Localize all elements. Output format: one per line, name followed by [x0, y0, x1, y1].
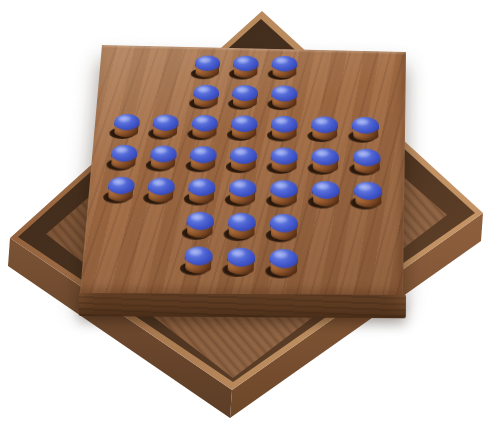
- peg-r4-c5[interactable]: [264, 140, 305, 173]
- peg-gloss: [275, 87, 288, 93]
- board-cell-r5-c2[interactable]: [140, 170, 182, 204]
- peg-r7-c5[interactable]: [262, 241, 305, 278]
- board-cell-r7-c2: [135, 237, 179, 274]
- peg-gloss: [356, 119, 369, 125]
- board-cell-r4-c7[interactable]: [345, 141, 388, 175]
- board-cell-r3-c4[interactable]: [224, 109, 265, 141]
- board-cell-r3-c3[interactable]: [184, 108, 225, 140]
- peg-r2-c5[interactable]: [264, 79, 304, 110]
- peg-gloss: [233, 181, 246, 188]
- board-cell-r6-c2: [137, 203, 180, 238]
- board-cell-r3-c6[interactable]: [304, 109, 345, 141]
- peg-gloss: [232, 215, 245, 222]
- peg-gloss: [275, 58, 287, 64]
- peg-gloss: [316, 183, 329, 190]
- peg-r1-c3[interactable]: [188, 49, 227, 78]
- peg-r4-c3[interactable]: [182, 139, 223, 172]
- peg-r5-c7[interactable]: [346, 174, 390, 209]
- board-cell-r7-c4[interactable]: [219, 239, 262, 276]
- peg-r3-c3[interactable]: [184, 108, 225, 140]
- peg-gloss: [231, 250, 245, 257]
- board-cell-r1-c5[interactable]: [265, 50, 304, 80]
- board-cell-r6-c3[interactable]: [179, 204, 222, 239]
- peg-r1-c5[interactable]: [265, 50, 304, 80]
- board-cell-r2-c3[interactable]: [186, 78, 226, 108]
- peg-r7-c3[interactable]: [177, 238, 221, 275]
- peg-gloss: [274, 182, 287, 189]
- board-cell-r1-c3[interactable]: [188, 49, 227, 78]
- product-photo-stage: [0, 0, 500, 439]
- peg-r6-c4[interactable]: [220, 205, 263, 241]
- peg-gloss: [357, 151, 370, 157]
- peg-r5-c2[interactable]: [140, 170, 182, 204]
- board-cell-r7-c1: [93, 236, 137, 272]
- board-cell-r3-c2[interactable]: [145, 108, 186, 139]
- board-cell-r4-c2[interactable]: [143, 138, 185, 171]
- peg-gloss: [191, 214, 204, 221]
- board-cell-r3-c1[interactable]: [106, 107, 147, 138]
- peg-r4-c1[interactable]: [103, 138, 145, 170]
- board-cell-r4-c3[interactable]: [182, 139, 223, 172]
- peg-gloss: [358, 184, 372, 191]
- board-cell-r2-c7: [344, 79, 386, 110]
- board-cell-r6-c5[interactable]: [263, 206, 306, 242]
- board-cell-r4-c6[interactable]: [305, 141, 347, 174]
- board-cell-r7-c3[interactable]: [177, 238, 221, 275]
- board-cell-r5-c5[interactable]: [263, 173, 305, 207]
- board-cell-r1-c1: [112, 49, 152, 78]
- board-cell-r5-c7[interactable]: [346, 174, 390, 209]
- peg-r3-c2[interactable]: [145, 108, 186, 139]
- board-cell-r2-c4[interactable]: [225, 78, 265, 108]
- peg-grid: [93, 49, 394, 281]
- peg-r1-c4[interactable]: [226, 49, 265, 78]
- board-cell-r6-c6: [305, 207, 348, 243]
- peg-gloss: [316, 150, 329, 156]
- board-cell-r5-c1[interactable]: [100, 169, 143, 203]
- board-cell-r1-c4[interactable]: [226, 49, 265, 78]
- peg-r3-c7[interactable]: [344, 110, 386, 142]
- board-cell-r2-c5[interactable]: [264, 79, 304, 110]
- board-cell-r2-c1: [109, 78, 150, 108]
- peg-r5-c5[interactable]: [263, 173, 305, 207]
- board-cell-r1-c6: [304, 50, 344, 80]
- board-cell-r2-c6: [304, 79, 344, 110]
- peg-gloss: [275, 149, 288, 155]
- board-cell-r7-c7: [348, 243, 394, 281]
- peg-r6-c5[interactable]: [263, 206, 306, 242]
- board-cell-r1-c7: [343, 50, 384, 80]
- board-cell-r2-c2: [147, 78, 187, 108]
- peg-r3-c4[interactable]: [224, 109, 265, 141]
- board-cell-r3-c5[interactable]: [264, 109, 304, 141]
- peg-r5-c3[interactable]: [181, 171, 223, 205]
- board-cell-r4-c1[interactable]: [103, 138, 145, 170]
- peg-r7-c4[interactable]: [219, 239, 262, 276]
- peg-gloss: [274, 216, 287, 223]
- peg-gloss: [315, 118, 328, 124]
- board-cell-r6-c7: [347, 208, 392, 244]
- peg-r6-c3[interactable]: [179, 204, 222, 239]
- board-cell-r5-c3[interactable]: [181, 171, 223, 205]
- peg-gloss: [194, 148, 207, 154]
- board-cell-r3-c7[interactable]: [344, 110, 386, 142]
- peg-gloss: [275, 118, 288, 124]
- peg-gloss: [234, 149, 247, 155]
- board-cell-r4-c5[interactable]: [264, 140, 305, 173]
- board-cell-r7-c6: [305, 242, 349, 280]
- peg-r5-c4[interactable]: [222, 172, 264, 206]
- board-edge: [79, 292, 406, 318]
- board-cell-r4-c4[interactable]: [223, 140, 264, 173]
- board-cell-r6-c1: [96, 202, 140, 237]
- peg-r5-c6[interactable]: [305, 173, 348, 208]
- board-cell-r5-c4[interactable]: [222, 172, 264, 206]
- peg-gloss: [236, 87, 249, 93]
- peg-r2-c4[interactable]: [225, 78, 265, 108]
- board-cell-r5-c6[interactable]: [305, 173, 348, 208]
- peg-r4-c2[interactable]: [143, 138, 185, 171]
- board-cell-r6-c4[interactable]: [220, 205, 263, 241]
- peg-r2-c3[interactable]: [186, 78, 226, 108]
- peg-r4-c6[interactable]: [305, 141, 347, 174]
- peg-r3-c5[interactable]: [264, 109, 304, 141]
- peg-r4-c7[interactable]: [345, 141, 388, 175]
- peg-gloss: [237, 58, 249, 64]
- peg-r3-c1[interactable]: [106, 107, 147, 138]
- peg-r3-c6[interactable]: [304, 109, 345, 141]
- board-cell-r7-c5[interactable]: [262, 241, 305, 278]
- peg-gloss: [274, 251, 288, 258]
- peg-r5-c1[interactable]: [100, 169, 143, 203]
- peg-r4-c4[interactable]: [223, 140, 264, 173]
- board-cell-r1-c2: [150, 49, 190, 78]
- peg-gloss: [235, 117, 248, 123]
